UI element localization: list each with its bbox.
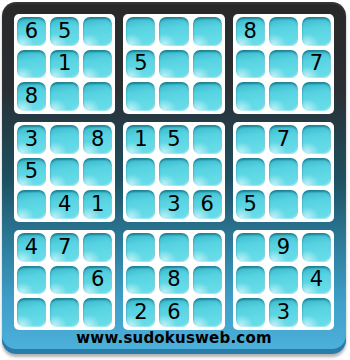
cell-r8c4[interactable] — [126, 266, 155, 295]
cell-r4c5[interactable]: 5 — [159, 125, 188, 154]
cell-r2c9[interactable]: 7 — [302, 50, 331, 79]
cell-r3c7[interactable] — [236, 82, 265, 111]
box-6: 75 — [233, 122, 334, 222]
cell-r6c8[interactable] — [269, 190, 298, 219]
cell-r6c2[interactable]: 4 — [50, 190, 79, 219]
cell-r7c8[interactable]: 9 — [269, 233, 298, 262]
cell-r4c7[interactable] — [236, 125, 265, 154]
cell-r6c1[interactable] — [17, 190, 46, 219]
cell-r4c9[interactable] — [302, 125, 331, 154]
box-1: 6518 — [14, 14, 115, 114]
cell-r5c1[interactable]: 5 — [17, 158, 46, 187]
cell-r2c4[interactable]: 5 — [126, 50, 155, 79]
cell-r8c5[interactable]: 8 — [159, 266, 188, 295]
cell-r7c1[interactable]: 4 — [17, 233, 46, 262]
cell-r9c6[interactable] — [193, 298, 222, 327]
box-5: 1536 — [123, 122, 224, 222]
cell-r3c8[interactable] — [269, 82, 298, 111]
box-7: 476 — [14, 230, 115, 330]
cell-r1c4[interactable] — [126, 17, 155, 46]
cell-r1c3[interactable] — [83, 17, 112, 46]
cell-r8c3[interactable]: 6 — [83, 266, 112, 295]
cell-r3c9[interactable] — [302, 82, 331, 111]
cell-r3c5[interactable] — [159, 82, 188, 111]
cell-r2c7[interactable] — [236, 50, 265, 79]
cell-r5c9[interactable] — [302, 158, 331, 187]
cell-r3c6[interactable] — [193, 82, 222, 111]
cell-r8c9[interactable]: 4 — [302, 266, 331, 295]
site-watermark: www.sudokusweb.com — [2, 329, 346, 347]
cell-r7c2[interactable]: 7 — [50, 233, 79, 262]
cell-r7c7[interactable] — [236, 233, 265, 262]
cell-r3c4[interactable] — [126, 82, 155, 111]
cell-r7c4[interactable] — [126, 233, 155, 262]
cell-r1c8[interactable] — [269, 17, 298, 46]
board-frame: 651858738541153675476826943 www.sudokusw… — [2, 2, 346, 354]
cell-r3c1[interactable]: 8 — [17, 82, 46, 111]
cell-r4c1[interactable]: 3 — [17, 125, 46, 154]
cell-r9c1[interactable] — [17, 298, 46, 327]
cell-r2c6[interactable] — [193, 50, 222, 79]
cell-r3c2[interactable] — [50, 82, 79, 111]
cell-r4c6[interactable] — [193, 125, 222, 154]
box-8: 826 — [123, 230, 224, 330]
cell-r1c1[interactable]: 6 — [17, 17, 46, 46]
box-2: 5 — [123, 14, 224, 114]
cell-r3c3[interactable] — [83, 82, 112, 111]
cell-r6c9[interactable] — [302, 190, 331, 219]
cell-r6c6[interactable]: 6 — [193, 190, 222, 219]
cell-r7c6[interactable] — [193, 233, 222, 262]
box-4: 38541 — [14, 122, 115, 222]
cell-r2c3[interactable] — [83, 50, 112, 79]
cell-r1c7[interactable]: 8 — [236, 17, 265, 46]
cell-r1c9[interactable] — [302, 17, 331, 46]
cell-r2c1[interactable] — [17, 50, 46, 79]
box-3: 87 — [233, 14, 334, 114]
cell-r1c5[interactable] — [159, 17, 188, 46]
cell-r6c5[interactable]: 3 — [159, 190, 188, 219]
cell-r6c3[interactable]: 1 — [83, 190, 112, 219]
cell-r1c6[interactable] — [193, 17, 222, 46]
cell-r9c9[interactable] — [302, 298, 331, 327]
cell-r9c7[interactable] — [236, 298, 265, 327]
cell-r8c6[interactable] — [193, 266, 222, 295]
cell-r8c8[interactable] — [269, 266, 298, 295]
cell-r4c3[interactable]: 8 — [83, 125, 112, 154]
cell-r7c9[interactable] — [302, 233, 331, 262]
cell-r8c7[interactable] — [236, 266, 265, 295]
cell-r5c8[interactable] — [269, 158, 298, 187]
cell-r2c8[interactable] — [269, 50, 298, 79]
cell-r4c8[interactable]: 7 — [269, 125, 298, 154]
box-9: 943 — [233, 230, 334, 330]
cell-r9c4[interactable]: 2 — [126, 298, 155, 327]
cell-r9c8[interactable]: 3 — [269, 298, 298, 327]
cell-r5c7[interactable] — [236, 158, 265, 187]
cell-r8c2[interactable] — [50, 266, 79, 295]
cell-r2c5[interactable] — [159, 50, 188, 79]
cell-r5c2[interactable] — [50, 158, 79, 187]
cell-r5c6[interactable] — [193, 158, 222, 187]
cell-r1c2[interactable]: 5 — [50, 17, 79, 46]
sudoku-widget: 651858738541153675476826943 www.sudokusw… — [0, 0, 350, 360]
cell-r4c4[interactable]: 1 — [126, 125, 155, 154]
cell-r7c3[interactable] — [83, 233, 112, 262]
cell-r9c3[interactable] — [83, 298, 112, 327]
cell-r5c4[interactable] — [126, 158, 155, 187]
cell-r7c5[interactable] — [159, 233, 188, 262]
cell-r6c7[interactable]: 5 — [236, 190, 265, 219]
cell-r9c5[interactable]: 6 — [159, 298, 188, 327]
cell-r5c5[interactable] — [159, 158, 188, 187]
cell-r9c2[interactable] — [50, 298, 79, 327]
sudoku-board: 651858738541153675476826943 — [14, 14, 334, 330]
cell-r5c3[interactable] — [83, 158, 112, 187]
cell-r2c2[interactable]: 1 — [50, 50, 79, 79]
cell-r4c2[interactable] — [50, 125, 79, 154]
cell-r8c1[interactable] — [17, 266, 46, 295]
cell-r6c4[interactable] — [126, 190, 155, 219]
